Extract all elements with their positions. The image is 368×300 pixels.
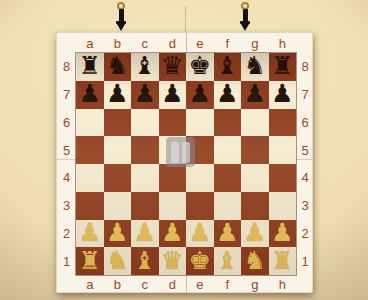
hanging-pin-right: [238, 2, 252, 34]
square-d6[interactable]: [159, 109, 187, 137]
white-pawn-h2: ♟: [271, 220, 293, 245]
square-a4[interactable]: [76, 164, 104, 192]
board-field: ♜♞♝♛♚♝♞♜♟♟♟♟♟♟♟♟♟♟♟♟♟♟♟♟♜♞♝♛♚♝♞♜: [76, 53, 296, 275]
white-knight-g1: ♞: [244, 248, 266, 273]
black-queen-d8: ♛: [161, 53, 183, 78]
rank-labels-right: 87654321: [296, 53, 314, 275]
rank-label-left-1: 1: [57, 247, 76, 275]
square-c6[interactable]: [131, 109, 159, 137]
rank-label-left-7: 7: [57, 81, 76, 109]
square-g5[interactable]: [241, 136, 269, 164]
square-g8[interactable]: ♞: [241, 53, 269, 81]
file-label-bottom-d: d: [159, 275, 187, 293]
white-pawn-d2: ♟: [161, 220, 183, 245]
square-c8[interactable]: ♝: [131, 53, 159, 81]
wall-background: abcdefgh abcdefgh 87654321 87654321 ♜♞♝♛…: [0, 0, 368, 300]
square-b5[interactable]: [104, 136, 132, 164]
square-h8[interactable]: ♜: [269, 53, 297, 81]
square-f4[interactable]: [214, 164, 242, 192]
square-f7[interactable]: ♟: [214, 81, 242, 109]
pause-bar-right: [182, 142, 190, 163]
pause-bar-left: [171, 142, 179, 163]
square-e8[interactable]: ♚: [186, 53, 214, 81]
square-d8[interactable]: ♛: [159, 53, 187, 81]
square-c5[interactable]: [131, 136, 159, 164]
black-pawn-e7: ♟: [189, 81, 211, 106]
black-pawn-a7: ♟: [79, 81, 101, 106]
square-a6[interactable]: [76, 109, 104, 137]
file-label-bottom-f: f: [214, 275, 242, 293]
white-rook-h1: ♜: [271, 248, 293, 273]
wall-crease-line: [185, 6, 186, 32]
square-e7[interactable]: ♟: [186, 81, 214, 109]
white-bishop-c1: ♝: [134, 248, 156, 273]
file-label-top-f: f: [214, 33, 242, 53]
square-e6[interactable]: [186, 109, 214, 137]
square-f2[interactable]: ♟: [214, 220, 242, 248]
square-a2[interactable]: ♟: [76, 220, 104, 248]
square-b2[interactable]: ♟: [104, 220, 132, 248]
rank-label-left-3: 3: [57, 192, 76, 220]
square-f5[interactable]: [214, 136, 242, 164]
square-h5[interactable]: [269, 136, 297, 164]
square-e2[interactable]: ♟: [186, 220, 214, 248]
square-d7[interactable]: ♟: [159, 81, 187, 109]
black-pawn-f7: ♟: [216, 81, 238, 106]
square-f3[interactable]: [214, 192, 242, 220]
square-e4[interactable]: [186, 164, 214, 192]
black-rook-h8: ♜: [271, 53, 293, 78]
rank-label-right-7: 7: [296, 81, 314, 109]
square-a1[interactable]: ♜: [76, 247, 104, 275]
file-label-top-a: a: [76, 33, 104, 53]
white-pawn-c2: ♟: [134, 220, 156, 245]
pin-tip: [241, 24, 249, 31]
file-label-top-c: c: [131, 33, 159, 53]
black-rook-a8: ♜: [79, 53, 101, 78]
square-g4[interactable]: [241, 164, 269, 192]
file-labels-bottom: abcdefgh: [76, 275, 296, 293]
square-h3[interactable]: [269, 192, 297, 220]
white-pawn-e2: ♟: [189, 220, 211, 245]
square-e1[interactable]: ♚: [186, 247, 214, 275]
pin-tip: [117, 24, 125, 31]
rank-labels-left: 87654321: [57, 53, 76, 275]
square-c1[interactable]: ♝: [131, 247, 159, 275]
black-pawn-g7: ♟: [244, 81, 266, 106]
rank-label-left-8: 8: [57, 53, 76, 81]
rank-label-right-3: 3: [296, 192, 314, 220]
square-d2[interactable]: ♟: [159, 220, 187, 248]
square-g2[interactable]: ♟: [241, 220, 269, 248]
square-g3[interactable]: [241, 192, 269, 220]
square-h1[interactable]: ♜: [269, 247, 297, 275]
square-h4[interactable]: [269, 164, 297, 192]
white-knight-b1: ♞: [106, 248, 128, 273]
square-b1[interactable]: ♞: [104, 247, 132, 275]
black-pawn-c7: ♟: [134, 81, 156, 106]
demo-board-panel: abcdefgh abcdefgh 87654321 87654321 ♜♞♝♛…: [56, 32, 313, 293]
black-pawn-d7: ♟: [161, 81, 183, 106]
square-a7[interactable]: ♟: [76, 81, 104, 109]
square-b3[interactable]: [104, 192, 132, 220]
square-h2[interactable]: ♟: [269, 220, 297, 248]
square-b7[interactable]: ♟: [104, 81, 132, 109]
white-rook-a1: ♜: [79, 248, 101, 273]
square-c4[interactable]: [131, 164, 159, 192]
black-pawn-h7: ♟: [271, 81, 293, 106]
square-d1[interactable]: ♛: [159, 247, 187, 275]
black-knight-g8: ♞: [244, 53, 266, 78]
white-pawn-a2: ♟: [79, 220, 101, 245]
square-c7[interactable]: ♟: [131, 81, 159, 109]
rank-label-left-2: 2: [57, 220, 76, 248]
hanging-pin-left: [114, 2, 128, 34]
white-king-e1: ♚: [189, 248, 211, 273]
file-label-bottom-h: h: [269, 275, 297, 293]
black-bishop-f8: ♝: [216, 53, 238, 78]
square-f1[interactable]: ♝: [214, 247, 242, 275]
rank-label-left-4: 4: [57, 164, 76, 192]
rank-label-right-1: 1: [296, 247, 314, 275]
square-b8[interactable]: ♞: [104, 53, 132, 81]
square-g6[interactable]: [241, 109, 269, 137]
black-bishop-c8: ♝: [134, 53, 156, 78]
square-a8[interactable]: ♜: [76, 53, 104, 81]
square-a5[interactable]: [76, 136, 104, 164]
square-b6[interactable]: [104, 109, 132, 137]
file-label-top-d: d: [159, 33, 187, 53]
rank-label-right-8: 8: [296, 53, 314, 81]
file-label-top-h: h: [269, 33, 297, 53]
square-d4[interactable]: [159, 164, 187, 192]
black-king-e8: ♚: [189, 53, 211, 78]
file-label-bottom-b: b: [104, 275, 132, 293]
rank-label-right-4: 4: [296, 164, 314, 192]
white-pawn-g2: ♟: [244, 220, 266, 245]
rank-label-left-6: 6: [57, 109, 76, 137]
file-label-bottom-g: g: [241, 275, 269, 293]
square-f8[interactable]: ♝: [214, 53, 242, 81]
rank-label-left-5: 5: [57, 136, 76, 164]
rank-label-right-6: 6: [296, 109, 314, 137]
square-f6[interactable]: [214, 109, 242, 137]
square-c2[interactable]: ♟: [131, 220, 159, 248]
pause-overlay-icon[interactable]: [166, 137, 195, 167]
square-b4[interactable]: [104, 164, 132, 192]
square-h7[interactable]: ♟: [269, 81, 297, 109]
square-g1[interactable]: ♞: [241, 247, 269, 275]
square-h6[interactable]: [269, 109, 297, 137]
file-labels-top: abcdefgh: [76, 33, 296, 53]
file-label-bottom-a: a: [76, 275, 104, 293]
white-bishop-f1: ♝: [216, 248, 238, 273]
file-label-bottom-e: e: [186, 275, 214, 293]
file-label-bottom-c: c: [131, 275, 159, 293]
rank-label-right-2: 2: [296, 220, 314, 248]
white-queen-d1: ♛: [161, 248, 183, 273]
square-a3[interactable]: [76, 192, 104, 220]
file-label-top-e: e: [186, 33, 214, 53]
white-pawn-f2: ♟: [216, 220, 238, 245]
file-label-top-g: g: [241, 33, 269, 53]
square-e3[interactable]: [186, 192, 214, 220]
file-label-top-b: b: [104, 33, 132, 53]
square-g7[interactable]: ♟: [241, 81, 269, 109]
square-d3[interactable]: [159, 192, 187, 220]
black-pawn-b7: ♟: [106, 81, 128, 106]
black-knight-b8: ♞: [106, 53, 128, 78]
square-c3[interactable]: [131, 192, 159, 220]
rank-label-right-5: 5: [296, 136, 314, 164]
white-pawn-b2: ♟: [106, 220, 128, 245]
